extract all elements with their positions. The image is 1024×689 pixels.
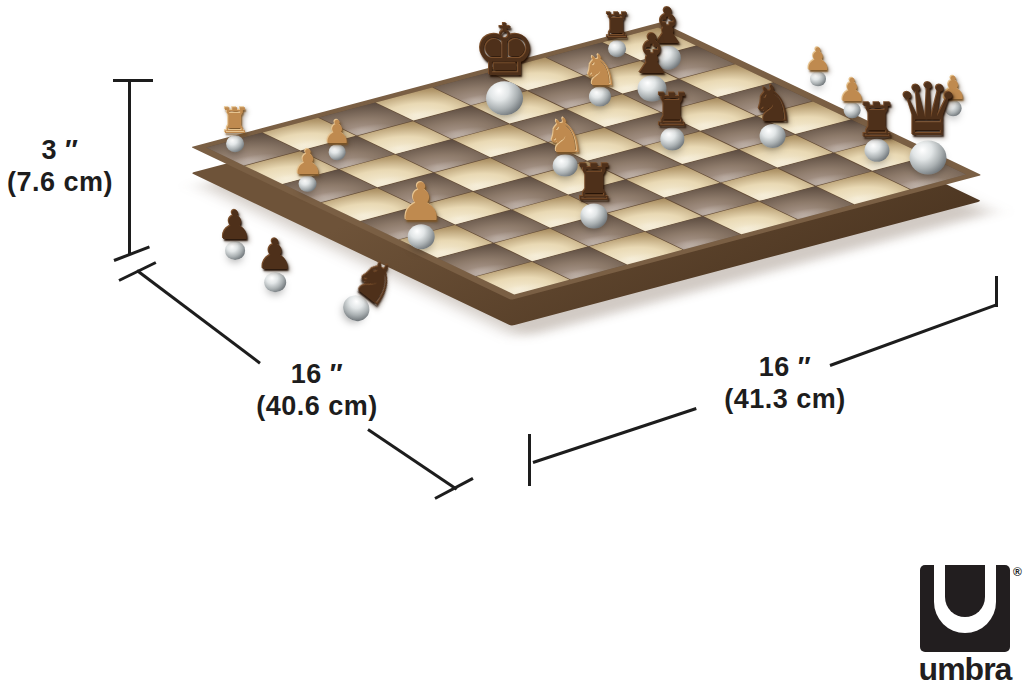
piece-dark-pawn-offboard[interactable]: ♟	[217, 207, 253, 260]
width-inches: 16 ″	[655, 351, 915, 383]
height-inches: 3 ″	[0, 134, 130, 166]
piece-dark-rook-c2[interactable]: ♜	[571, 160, 616, 228]
depth-dimension-label: 16 ″ (40.6 cm)	[187, 358, 447, 422]
piece-dark-king-e7[interactable]: ♚	[473, 18, 537, 115]
pawn-glyph: ♟	[398, 179, 445, 227]
queen-glyph: ♛	[896, 77, 961, 144]
piece-dark-knight-offboard[interactable]: ♞	[330, 248, 410, 333]
piece-light-knight-f6[interactable]: ♞	[581, 51, 619, 107]
bishop-glyph: ♝	[628, 29, 677, 79]
depth-metric: (40.6 cm)	[187, 390, 447, 422]
piece-light-rook-a8[interactable]: ♜	[219, 105, 251, 152]
piece-light-pawn-b7[interactable]: ♟	[323, 118, 352, 160]
piece-dark-rook-h2[interactable]: ♜	[855, 98, 898, 162]
piece-light-pawn-a3[interactable]: ♟	[398, 179, 445, 249]
rook-glyph: ♜	[651, 89, 692, 131]
piece-dark-queen-h1[interactable]: ♛	[896, 77, 961, 175]
knight-glyph: ♞	[751, 81, 796, 127]
pawn-glyph: ♟	[323, 118, 352, 147]
umbra-logo-mark	[920, 565, 1010, 652]
umbra-wordmark: umbra	[913, 651, 1017, 688]
pawn-glyph: ♟	[256, 236, 294, 275]
piece-dark-rook-f4[interactable]: ♜	[651, 89, 692, 151]
height-metric: (7.6 cm)	[0, 166, 130, 198]
umbra-logo-inner-tab	[945, 565, 985, 617]
depth-inches: 16 ″	[187, 358, 447, 390]
piece-dark-pawn-offboard[interactable]: ♟	[256, 236, 294, 292]
pawn-glyph: ♟	[804, 45, 832, 74]
product-photo: ♜♟♟♟♞♞♚♜♝♝♜♜♞♜♛♟♟♞♟♟♟ 3 ″ (7.6 cm) 16 ″ …	[0, 0, 1024, 689]
registered-trademark-symbol: ®	[1013, 565, 1022, 579]
pawn-glyph: ♟	[293, 147, 324, 179]
width-dimension-label: 16 ″ (41.3 cm)	[655, 351, 915, 415]
width-dimension-end-tick	[995, 276, 998, 307]
piece-dark-knight-g3[interactable]: ♞	[751, 81, 796, 148]
height-dimension-top-tick	[113, 79, 153, 82]
rook-glyph: ♜	[855, 98, 898, 142]
rook-glyph: ♜	[571, 160, 616, 206]
knight-glyph: ♞	[581, 51, 619, 90]
piece-light-pawn-offboard[interactable]: ♟	[804, 45, 832, 86]
height-dimension-label: 3 ″ (7.6 cm)	[0, 134, 130, 198]
width-metric: (41.3 cm)	[655, 383, 915, 415]
rook-glyph: ♜	[219, 105, 251, 138]
piece-light-pawn-a6[interactable]: ♟	[293, 147, 324, 192]
width-dimension-start-tick	[528, 434, 531, 486]
pawn-glyph: ♟	[217, 207, 253, 244]
pieces-layer: ♜♟♟♟♞♞♚♜♝♝♜♜♞♜♛♟♟♞♟♟♟	[0, 0, 1024, 689]
king-glyph: ♚	[473, 18, 537, 84]
knight-glyph: ♞	[544, 114, 587, 158]
